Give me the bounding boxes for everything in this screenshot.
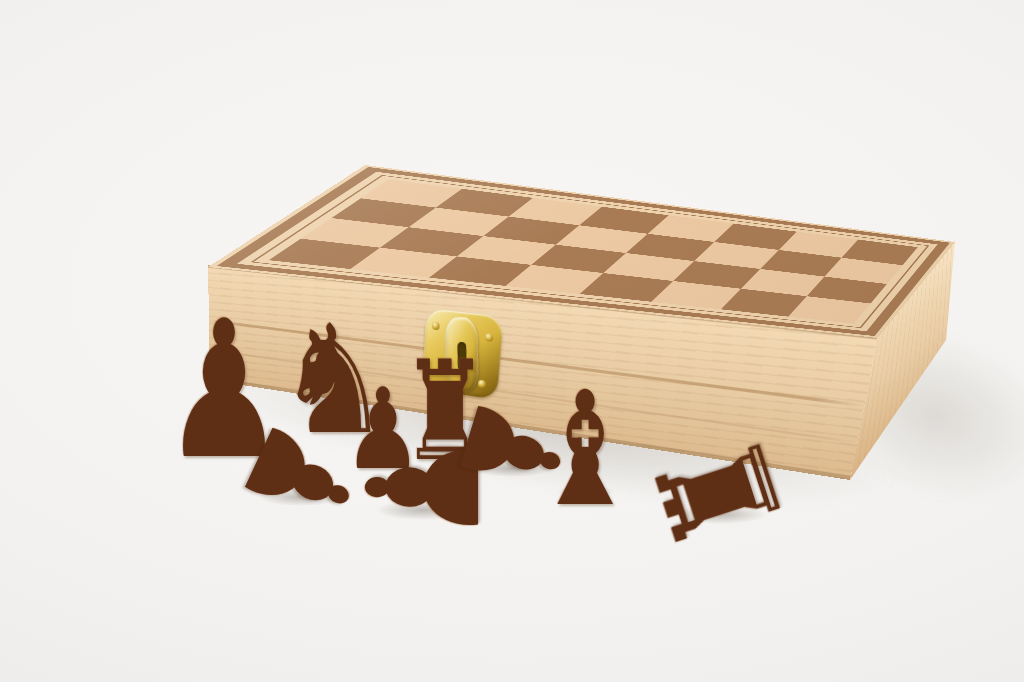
product-photo-stage: ♟♞♟♜♟♟♟♝♜ <box>0 0 1024 682</box>
bishop-standing[interactable]: ♝ <box>532 370 638 528</box>
